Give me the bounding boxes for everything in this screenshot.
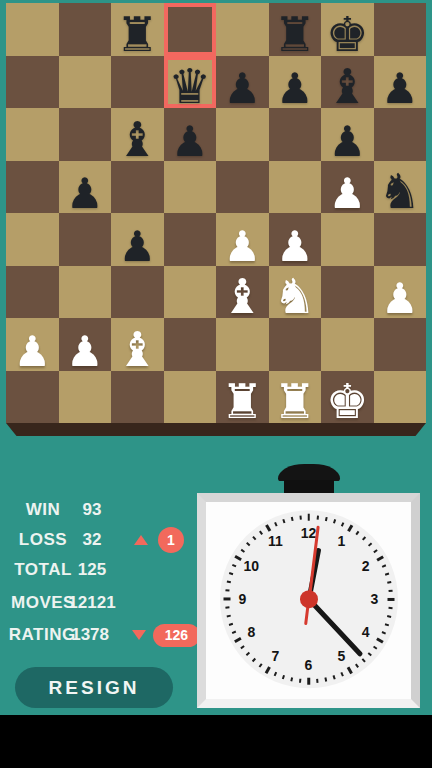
black-rook-f8[interactable]: ♜ xyxy=(273,10,316,58)
minute-tick xyxy=(282,519,285,523)
minute-tick xyxy=(252,536,256,540)
hour-tick xyxy=(347,666,353,673)
square-c2[interactable]: ♝ xyxy=(111,318,164,371)
square-h8[interactable] xyxy=(374,3,427,56)
hour-tick xyxy=(307,677,310,684)
square-d8[interactable] xyxy=(164,3,217,56)
square-f6[interactable] xyxy=(269,108,322,161)
black-pawn-g6[interactable]: ♟ xyxy=(328,121,366,163)
square-g7[interactable]: ♝ xyxy=(321,56,374,109)
minute-tick xyxy=(373,645,377,649)
square-c1[interactable] xyxy=(111,371,164,424)
square-f1[interactable]: ♜ xyxy=(269,371,322,424)
hour-tick xyxy=(376,555,383,561)
hour-tick xyxy=(387,597,394,600)
minute-tick xyxy=(361,536,365,540)
clock-button[interactable] xyxy=(278,464,340,495)
white-king-g1[interactable]: ♚ xyxy=(326,377,369,425)
square-h6[interactable] xyxy=(374,108,427,161)
minute-tick xyxy=(259,530,263,534)
hour-tick xyxy=(307,513,310,520)
minute-tick xyxy=(388,589,392,591)
square-f2[interactable] xyxy=(269,318,322,371)
square-f5[interactable] xyxy=(269,161,322,214)
hour-tick xyxy=(223,597,230,600)
square-a6[interactable] xyxy=(6,108,59,161)
win-value: 93 xyxy=(64,500,120,520)
black-pawn-f7[interactable]: ♟ xyxy=(276,68,314,110)
square-h4[interactable] xyxy=(374,213,427,266)
square-c3[interactable] xyxy=(111,266,164,319)
hour-tick xyxy=(265,666,271,673)
board-front-edge xyxy=(6,423,426,436)
square-d5[interactable] xyxy=(164,161,217,214)
white-bishop-c2[interactable]: ♝ xyxy=(116,325,159,373)
square-a7[interactable] xyxy=(6,56,59,109)
square-d3[interactable] xyxy=(164,266,217,319)
square-a3[interactable] xyxy=(6,266,59,319)
white-knight-f3[interactable]: ♞ xyxy=(273,272,316,320)
square-b1[interactable] xyxy=(59,371,112,424)
square-c6[interactable]: ♝ xyxy=(111,108,164,161)
square-g5[interactable]: ♟ xyxy=(321,161,374,214)
chess-board: ♜♜♚♛♟♟♝♟♝♟♟♟♟♞♟♟♟♝♞♟♟♟♝♜♜♚ xyxy=(6,3,426,423)
rating-delta-badge: 126 xyxy=(153,624,200,647)
stats-panel: WIN 93 LOSS 32 1 TOTAL 125 MOVES 12121 R… xyxy=(0,495,200,650)
white-pawn-g5[interactable]: ♟ xyxy=(328,173,366,215)
square-a2[interactable]: ♟ xyxy=(6,318,59,371)
minute-tick xyxy=(324,677,326,681)
square-a8[interactable] xyxy=(6,3,59,56)
dial-number-3: 3 xyxy=(364,588,386,610)
dial-number-2: 2 xyxy=(355,555,377,577)
minute-tick xyxy=(381,564,385,567)
square-c4[interactable]: ♟ xyxy=(111,213,164,266)
square-h3[interactable]: ♟ xyxy=(374,266,427,319)
square-h2[interactable] xyxy=(374,318,427,371)
dial-number-4: 4 xyxy=(355,621,377,643)
minute-tick xyxy=(333,675,336,679)
square-a1[interactable] xyxy=(6,371,59,424)
minute-tick xyxy=(340,671,343,675)
minute-tick xyxy=(226,615,230,617)
stat-row-total: TOTAL 125 xyxy=(0,555,200,585)
minute-tick xyxy=(299,678,301,682)
minute-tick xyxy=(340,522,343,526)
clock-dial: 121234567891011 xyxy=(220,510,398,688)
minute-tick xyxy=(231,631,235,634)
white-rook-e1[interactable]: ♜ xyxy=(221,377,264,425)
square-b7[interactable] xyxy=(59,56,112,109)
dial-number-7: 7 xyxy=(265,645,287,667)
minute-tick xyxy=(333,519,336,523)
minute-tick xyxy=(324,516,326,520)
black-rook-c8[interactable]: ♜ xyxy=(116,10,159,58)
square-h5[interactable]: ♞ xyxy=(374,161,427,214)
square-h1[interactable] xyxy=(374,371,427,424)
black-knight-h5[interactable]: ♞ xyxy=(378,167,421,215)
square-b3[interactable] xyxy=(59,266,112,319)
square-d7[interactable]: ♛ xyxy=(164,56,217,109)
minute-tick xyxy=(384,572,388,575)
clock-center-dot xyxy=(300,590,318,608)
dial-number-5: 5 xyxy=(331,645,353,667)
minute-tick xyxy=(355,530,359,534)
minute-tick xyxy=(290,677,292,681)
minute-tick xyxy=(226,581,230,583)
minute-tick xyxy=(384,623,388,626)
minute-tick xyxy=(316,515,318,519)
dial-number-6: 6 xyxy=(298,654,320,676)
minute-tick xyxy=(388,606,392,608)
minute-tick xyxy=(228,572,232,575)
loss-value: 32 xyxy=(64,530,120,550)
stat-row-loss: LOSS 32 1 xyxy=(0,525,200,555)
square-g6[interactable]: ♟ xyxy=(321,108,374,161)
dial-number-10: 10 xyxy=(240,555,262,577)
square-e5[interactable] xyxy=(216,161,269,214)
total-value: 125 xyxy=(64,560,120,580)
black-king-g8[interactable]: ♚ xyxy=(326,10,369,58)
loss-delta-badge: 1 xyxy=(158,527,184,553)
minute-tick xyxy=(259,663,263,667)
square-e4[interactable]: ♟ xyxy=(216,213,269,266)
square-e8[interactable] xyxy=(216,3,269,56)
moves-value: 12121 xyxy=(64,593,120,613)
minute-tick xyxy=(231,564,235,567)
square-e1[interactable]: ♜ xyxy=(216,371,269,424)
square-b8[interactable] xyxy=(59,3,112,56)
bottom-nav-bar xyxy=(0,715,432,768)
square-g1[interactable]: ♚ xyxy=(321,371,374,424)
square-d2[interactable] xyxy=(164,318,217,371)
square-f7[interactable]: ♟ xyxy=(269,56,322,109)
stat-row-rating: RATING 1378 126 xyxy=(0,620,200,650)
black-bishop-c6[interactable]: ♝ xyxy=(116,115,159,163)
minute-tick xyxy=(361,658,365,662)
minute-tick xyxy=(240,549,244,553)
clock-button-cap xyxy=(278,464,340,481)
square-g8[interactable]: ♚ xyxy=(321,3,374,56)
stat-row-win: WIN 93 xyxy=(0,495,200,525)
square-c8[interactable]: ♜ xyxy=(111,3,164,56)
dial-number-8: 8 xyxy=(240,621,262,643)
dial-number-11: 11 xyxy=(265,531,287,553)
square-f8[interactable]: ♜ xyxy=(269,3,322,56)
loss-up-arrow-icon xyxy=(134,535,148,545)
black-pawn-e7[interactable]: ♟ xyxy=(223,68,261,110)
minute-tick xyxy=(290,516,292,520)
square-f4[interactable]: ♟ xyxy=(269,213,322,266)
black-queen-d7[interactable]: ♛ xyxy=(168,62,211,110)
minute-tick xyxy=(381,631,385,634)
white-pawn-b2[interactable]: ♟ xyxy=(66,331,104,373)
minute-tick xyxy=(299,515,301,519)
square-b4[interactable] xyxy=(59,213,112,266)
dial-number-1: 1 xyxy=(331,531,353,553)
square-c5[interactable] xyxy=(111,161,164,214)
minute-tick xyxy=(373,549,377,553)
square-b5[interactable]: ♟ xyxy=(59,161,112,214)
black-pawn-d6[interactable]: ♟ xyxy=(171,121,209,163)
square-a5[interactable] xyxy=(6,161,59,214)
minute-tick xyxy=(387,581,391,583)
square-d1[interactable] xyxy=(164,371,217,424)
minute-tick xyxy=(246,542,250,546)
clock-body: 121234567891011 xyxy=(197,493,420,708)
square-c7[interactable] xyxy=(111,56,164,109)
dial-number-9: 9 xyxy=(232,588,254,610)
square-b6[interactable] xyxy=(59,108,112,161)
minute-tick xyxy=(225,606,229,608)
white-pawn-h3[interactable]: ♟ xyxy=(381,278,419,320)
resign-button[interactable]: RESIGN xyxy=(15,667,173,708)
minute-tick xyxy=(228,623,232,626)
minute-tick xyxy=(387,615,391,617)
rating-down-arrow-icon xyxy=(132,630,146,640)
minute-tick xyxy=(355,663,359,667)
minute-tick xyxy=(240,645,244,649)
app-screen: ♜♜♚♛♟♟♝♟♝♟♟♟♟♞♟♟♟♝♞♟♟♟♝♜♜♚ WIN 93 LOSS 3… xyxy=(0,0,432,768)
white-pawn-f4[interactable]: ♟ xyxy=(276,226,314,268)
minute-tick xyxy=(274,671,277,675)
black-pawn-h7[interactable]: ♟ xyxy=(381,68,419,110)
black-pawn-c4[interactable]: ♟ xyxy=(118,226,156,268)
minute-tick xyxy=(246,652,250,656)
white-pawn-a2[interactable]: ♟ xyxy=(13,331,51,373)
minute-tick xyxy=(274,522,277,526)
square-g2[interactable] xyxy=(321,318,374,371)
square-e2[interactable] xyxy=(216,318,269,371)
square-d4[interactable] xyxy=(164,213,217,266)
chess-clock: 121234567891011 xyxy=(197,464,420,708)
minute-tick xyxy=(282,675,285,679)
square-e3[interactable]: ♝ xyxy=(216,266,269,319)
white-bishop-e3[interactable]: ♝ xyxy=(221,272,264,320)
black-pawn-b5[interactable]: ♟ xyxy=(66,173,104,215)
rating-value: 1378 xyxy=(63,625,118,645)
stat-row-moves: MOVES 12121 xyxy=(0,588,200,618)
square-h7[interactable]: ♟ xyxy=(374,56,427,109)
white-rook-f1[interactable]: ♜ xyxy=(273,377,316,425)
square-d6[interactable]: ♟ xyxy=(164,108,217,161)
square-g3[interactable] xyxy=(321,266,374,319)
square-a4[interactable] xyxy=(6,213,59,266)
square-e6[interactable] xyxy=(216,108,269,161)
square-g4[interactable] xyxy=(321,213,374,266)
white-pawn-e4[interactable]: ♟ xyxy=(223,226,261,268)
square-b2[interactable]: ♟ xyxy=(59,318,112,371)
black-bishop-g7[interactable]: ♝ xyxy=(326,62,369,110)
minute-tick xyxy=(316,678,318,682)
minute-tick xyxy=(252,658,256,662)
minute-tick xyxy=(367,542,371,546)
hour-tick xyxy=(376,637,383,643)
minute-tick xyxy=(225,589,229,591)
minute-tick xyxy=(367,652,371,656)
square-e7[interactable]: ♟ xyxy=(216,56,269,109)
square-f3[interactable]: ♞ xyxy=(269,266,322,319)
